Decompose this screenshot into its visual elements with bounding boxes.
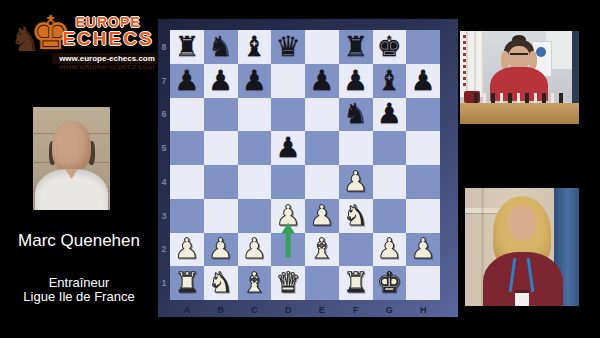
- piece-black-queen-d8: ♛: [276, 33, 301, 61]
- rank-label-7: 7: [158, 64, 170, 98]
- piece-white-pawn-a2: ♟: [174, 235, 199, 263]
- piece-black-rook-f8: ♜: [343, 33, 368, 61]
- square-h2[interactable]: ♟: [406, 233, 440, 267]
- square-d8[interactable]: ♛: [271, 30, 305, 64]
- piece-white-bishop-e2: ♝: [309, 235, 334, 263]
- square-b4[interactable]: [204, 165, 238, 199]
- photo-detail: [463, 35, 466, 87]
- square-d3[interactable]: ♟: [271, 199, 305, 233]
- presenter-photo: [33, 107, 110, 210]
- europe-echecs-logo: ♞ ♚ EUROPE ECHECS www.europe-echecs.com …: [8, 6, 158, 68]
- square-f5[interactable]: [339, 131, 373, 165]
- piece-white-pawn-g2: ♟: [377, 235, 402, 263]
- photo-detail: [529, 51, 537, 69]
- file-label-c: C: [238, 302, 272, 317]
- square-d4[interactable]: [271, 165, 305, 199]
- presenter-role-2: Ligue Ile de France: [0, 289, 158, 304]
- square-h6[interactable]: [406, 98, 440, 132]
- logo-wordmark: EUROPE ECHECS: [58, 14, 158, 50]
- square-f3[interactable]: ♞: [339, 199, 373, 233]
- square-h3[interactable]: [406, 199, 440, 233]
- piece-white-pawn-d3: ♟: [276, 202, 301, 230]
- square-e2[interactable]: ♝: [305, 233, 339, 267]
- square-b2[interactable]: ♟: [204, 233, 238, 267]
- square-b7[interactable]: ♟: [204, 64, 238, 98]
- piece-black-pawn-a7: ♟: [174, 67, 199, 95]
- photo-bottom-right: [465, 188, 579, 306]
- square-f1[interactable]: ♜: [339, 266, 373, 300]
- photo-detail: [515, 290, 529, 306]
- chess-board: 87654321 ABCDEFGH ♜♞♝♛♜♚♟♟♟♟♟♝♟♞♟♟♟♟♟♞♟♟…: [158, 19, 458, 317]
- square-e6[interactable]: [305, 98, 339, 132]
- piece-black-knight-b8: ♞: [208, 33, 233, 61]
- piece-white-bishop-c1: ♝: [242, 269, 267, 297]
- video-frame: ♞ ♚ EUROPE ECHECS www.europe-echecs.com …: [0, 0, 600, 338]
- square-d2[interactable]: [271, 233, 305, 267]
- file-label-f: F: [339, 302, 373, 317]
- logo-url-reflection: www.europe-echecs.com: [52, 64, 162, 70]
- piece-white-knight-f3: ♞: [343, 202, 368, 230]
- square-d1[interactable]: ♛: [271, 266, 305, 300]
- rank-label-5: 5: [158, 131, 170, 165]
- rank-label-8: 8: [158, 30, 170, 64]
- square-f2[interactable]: [339, 233, 373, 267]
- photo-detail: [508, 206, 536, 240]
- square-c5[interactable]: [238, 131, 272, 165]
- square-g8[interactable]: ♚: [373, 30, 407, 64]
- photo-detail: [510, 53, 528, 60]
- piece-white-knight-b1: ♞: [208, 269, 233, 297]
- piece-black-pawn-f7: ♟: [343, 67, 368, 95]
- square-g3[interactable]: [373, 199, 407, 233]
- square-f7[interactable]: ♟: [339, 64, 373, 98]
- piece-white-queen-d1: ♛: [276, 269, 301, 297]
- piece-black-pawn-e7: ♟: [309, 67, 334, 95]
- photo-detail: [536, 47, 546, 57]
- file-label-h: H: [406, 302, 440, 317]
- square-b1[interactable]: ♞: [204, 266, 238, 300]
- piece-white-pawn-e3: ♟: [309, 202, 334, 230]
- piece-black-pawn-g6: ♟: [377, 100, 402, 128]
- square-e4[interactable]: [305, 165, 339, 199]
- square-f8[interactable]: ♜: [339, 30, 373, 64]
- square-a7[interactable]: ♟: [170, 64, 204, 98]
- square-g2[interactable]: ♟: [373, 233, 407, 267]
- square-b8[interactable]: ♞: [204, 30, 238, 64]
- square-g6[interactable]: ♟: [373, 98, 407, 132]
- square-b3[interactable]: [204, 199, 238, 233]
- piece-white-pawn-b2: ♟: [208, 235, 233, 263]
- rank-label-1: 1: [158, 266, 170, 300]
- square-g5[interactable]: [373, 131, 407, 165]
- piece-white-rook-a1: ♜: [174, 269, 199, 297]
- square-b5[interactable]: [204, 131, 238, 165]
- rank-label-6: 6: [158, 98, 170, 132]
- square-a2[interactable]: ♟: [170, 233, 204, 267]
- square-g1[interactable]: ♚: [373, 266, 407, 300]
- square-a5[interactable]: [170, 131, 204, 165]
- file-label-b: B: [204, 302, 238, 317]
- square-g7[interactable]: ♝: [373, 64, 407, 98]
- square-h1[interactable]: [406, 266, 440, 300]
- square-g4[interactable]: [373, 165, 407, 199]
- rank-label-4: 4: [158, 165, 170, 199]
- square-d7[interactable]: [271, 64, 305, 98]
- piece-white-pawn-h2: ♟: [411, 235, 436, 263]
- square-f4[interactable]: ♟: [339, 165, 373, 199]
- photo-detail: [460, 103, 579, 124]
- photo-top-right: [460, 31, 579, 124]
- square-f6[interactable]: ♞: [339, 98, 373, 132]
- square-h7[interactable]: ♟: [406, 64, 440, 98]
- square-h4[interactable]: [406, 165, 440, 199]
- photo-detail: [52, 121, 91, 173]
- piece-black-pawn-b7: ♟: [208, 67, 233, 95]
- square-c2[interactable]: ♟: [238, 233, 272, 267]
- square-c4[interactable]: [238, 165, 272, 199]
- square-e3[interactable]: ♟: [305, 199, 339, 233]
- piece-black-pawn-d5: ♟: [276, 134, 301, 162]
- file-label-e: E: [305, 302, 339, 317]
- square-a3[interactable]: [170, 199, 204, 233]
- square-c3[interactable]: [238, 199, 272, 233]
- piece-white-pawn-f4: ♟: [343, 168, 368, 196]
- square-b6[interactable]: [204, 98, 238, 132]
- square-c8[interactable]: ♝: [238, 30, 272, 64]
- file-label-g: G: [373, 302, 407, 317]
- square-a8[interactable]: ♜: [170, 30, 204, 64]
- piece-white-pawn-c2: ♟: [242, 235, 267, 263]
- logo-line2: ECHECS: [58, 28, 158, 50]
- piece-white-king-g1: ♚: [377, 269, 402, 297]
- board-grid: ♜♞♝♛♜♚♟♟♟♟♟♝♟♞♟♟♟♟♟♞♟♟♟♝♟♟♜♞♝♛♜♚: [170, 30, 440, 300]
- file-label-a: A: [170, 302, 204, 317]
- logo-url: www.europe-echecs.com: [52, 53, 162, 64]
- rank-label-2: 2: [158, 233, 170, 267]
- square-h8[interactable]: [406, 30, 440, 64]
- piece-black-king-g8: ♚: [377, 33, 402, 61]
- square-c6[interactable]: [238, 98, 272, 132]
- square-a1[interactable]: ♜: [170, 266, 204, 300]
- rank-labels: 87654321: [158, 30, 170, 300]
- piece-black-bishop-g7: ♝: [377, 67, 402, 95]
- square-e5[interactable]: [305, 131, 339, 165]
- square-e7[interactable]: ♟: [305, 64, 339, 98]
- rank-label-3: 3: [158, 199, 170, 233]
- square-d6[interactable]: [271, 98, 305, 132]
- square-a6[interactable]: [170, 98, 204, 132]
- piece-black-bishop-c8: ♝: [242, 33, 267, 61]
- square-c7[interactable]: ♟: [238, 64, 272, 98]
- presenter-role-1: Entraîneur: [0, 275, 158, 290]
- piece-black-pawn-h7: ♟: [411, 67, 436, 95]
- piece-white-rook-f1: ♜: [343, 269, 368, 297]
- presenter-name: Marc Quenehen: [0, 231, 158, 251]
- file-labels: ABCDEFGH: [170, 302, 440, 317]
- piece-black-pawn-c7: ♟: [242, 67, 267, 95]
- square-a4[interactable]: [170, 165, 204, 199]
- file-label-d: D: [271, 302, 305, 317]
- square-e1[interactable]: [305, 266, 339, 300]
- piece-black-rook-a8: ♜: [174, 33, 199, 61]
- square-c1[interactable]: ♝: [238, 266, 272, 300]
- square-d5[interactable]: ♟: [271, 131, 305, 165]
- square-h5[interactable]: [406, 131, 440, 165]
- square-e8[interactable]: [305, 30, 339, 64]
- piece-black-knight-f6: ♞: [343, 100, 368, 128]
